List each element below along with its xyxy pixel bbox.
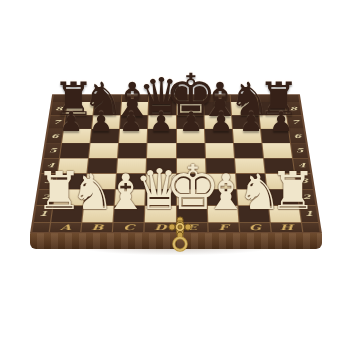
frame-cell — [230, 95, 257, 102]
square-c2 — [115, 189, 145, 205]
frame-cell — [53, 95, 68, 102]
square-g2 — [237, 189, 268, 205]
square-h4 — [264, 158, 294, 173]
square-g5 — [234, 144, 263, 158]
square-a6 — [62, 129, 91, 143]
file-label-f: F — [208, 223, 239, 232]
rank-label-right-4: 4 — [293, 158, 310, 173]
square-d4 — [147, 158, 176, 173]
file-label-h: H — [271, 223, 303, 232]
rank-label-left-7: 7 — [49, 116, 65, 129]
square-c5 — [118, 144, 147, 158]
square-d6 — [148, 129, 176, 143]
square-g4 — [235, 158, 265, 173]
file-label-c: C — [113, 223, 144, 232]
square-c7 — [120, 116, 148, 129]
file-label-g: G — [239, 223, 270, 232]
square-h5 — [262, 144, 292, 158]
square-e5 — [176, 144, 204, 158]
rank-label-right-1: 1 — [300, 206, 318, 222]
square-d5 — [147, 144, 175, 158]
square-h2 — [267, 189, 298, 205]
rank-label-left-3: 3 — [39, 174, 57, 189]
rank-label-left-4: 4 — [42, 158, 59, 173]
square-a5 — [60, 144, 90, 158]
square-f1 — [207, 206, 238, 222]
square-b7 — [92, 116, 120, 129]
rank-label-right-2: 2 — [297, 189, 315, 205]
square-b3 — [86, 174, 116, 189]
square-g1 — [238, 206, 269, 222]
chess-board: 8877665544332211ABCDEFGH — [30, 94, 322, 233]
square-g6 — [233, 129, 262, 143]
square-e6 — [176, 129, 204, 143]
square-a8 — [66, 102, 94, 115]
square-f5 — [205, 144, 234, 158]
rank-label-right-8: 8 — [285, 102, 301, 115]
square-f7 — [204, 116, 232, 129]
frame-cell — [149, 95, 175, 102]
square-h1 — [269, 206, 301, 222]
rank-label-left-5: 5 — [44, 144, 61, 158]
square-d2 — [146, 189, 176, 205]
square-e3 — [177, 174, 206, 189]
square-d8 — [149, 102, 176, 115]
frame-cell — [122, 95, 148, 102]
square-b4 — [88, 158, 118, 173]
square-c6 — [119, 129, 147, 143]
square-a3 — [56, 174, 87, 189]
square-e2 — [177, 189, 207, 205]
square-a4 — [58, 158, 88, 173]
square-c4 — [117, 158, 146, 173]
square-c1 — [114, 206, 145, 222]
frame-cell — [257, 95, 284, 102]
frame-cell — [203, 95, 229, 102]
square-g7 — [232, 116, 260, 129]
square-e8 — [176, 102, 203, 115]
frame-cell — [284, 95, 299, 102]
square-h8 — [258, 102, 286, 115]
file-label-b: B — [81, 223, 112, 232]
square-a2 — [53, 189, 84, 205]
square-b6 — [91, 129, 120, 143]
square-c8 — [121, 102, 148, 115]
square-d7 — [148, 116, 175, 129]
square-d3 — [146, 174, 175, 189]
frame-cell — [32, 223, 50, 232]
rank-label-right-3: 3 — [295, 174, 313, 189]
square-h7 — [259, 116, 288, 129]
rank-label-right-5: 5 — [291, 144, 308, 158]
chess-set-product-photo: 8877665544332211ABCDEFGH ♜♞♝♛♚♝♞♜♟♟♟♟♟♟♟… — [0, 0, 350, 350]
square-a1 — [51, 206, 83, 222]
frame-cell — [95, 95, 122, 102]
square-b8 — [94, 102, 122, 115]
brass-clasp-icon — [164, 216, 196, 256]
frame-cell — [68, 95, 95, 102]
rank-label-right-7: 7 — [287, 116, 303, 129]
square-h6 — [261, 129, 290, 143]
square-h3 — [265, 174, 296, 189]
square-a7 — [64, 116, 93, 129]
rank-label-left-8: 8 — [51, 102, 67, 115]
frame-cell — [176, 95, 202, 102]
rank-label-right-6: 6 — [289, 129, 306, 143]
square-f4 — [206, 158, 235, 173]
frame-cell — [302, 223, 320, 232]
square-g3 — [236, 174, 266, 189]
file-label-a: A — [50, 223, 82, 232]
square-f8 — [204, 102, 231, 115]
rank-label-left-1: 1 — [34, 206, 52, 222]
square-e7 — [176, 116, 203, 129]
square-e4 — [177, 158, 206, 173]
square-f6 — [205, 129, 233, 143]
square-b2 — [84, 189, 115, 205]
rank-label-left-6: 6 — [46, 129, 63, 143]
rank-label-left-2: 2 — [37, 189, 55, 205]
square-c3 — [116, 174, 146, 189]
square-b5 — [89, 144, 118, 158]
square-f2 — [207, 189, 237, 205]
square-b1 — [82, 206, 113, 222]
square-g8 — [231, 102, 259, 115]
square-f3 — [206, 174, 236, 189]
